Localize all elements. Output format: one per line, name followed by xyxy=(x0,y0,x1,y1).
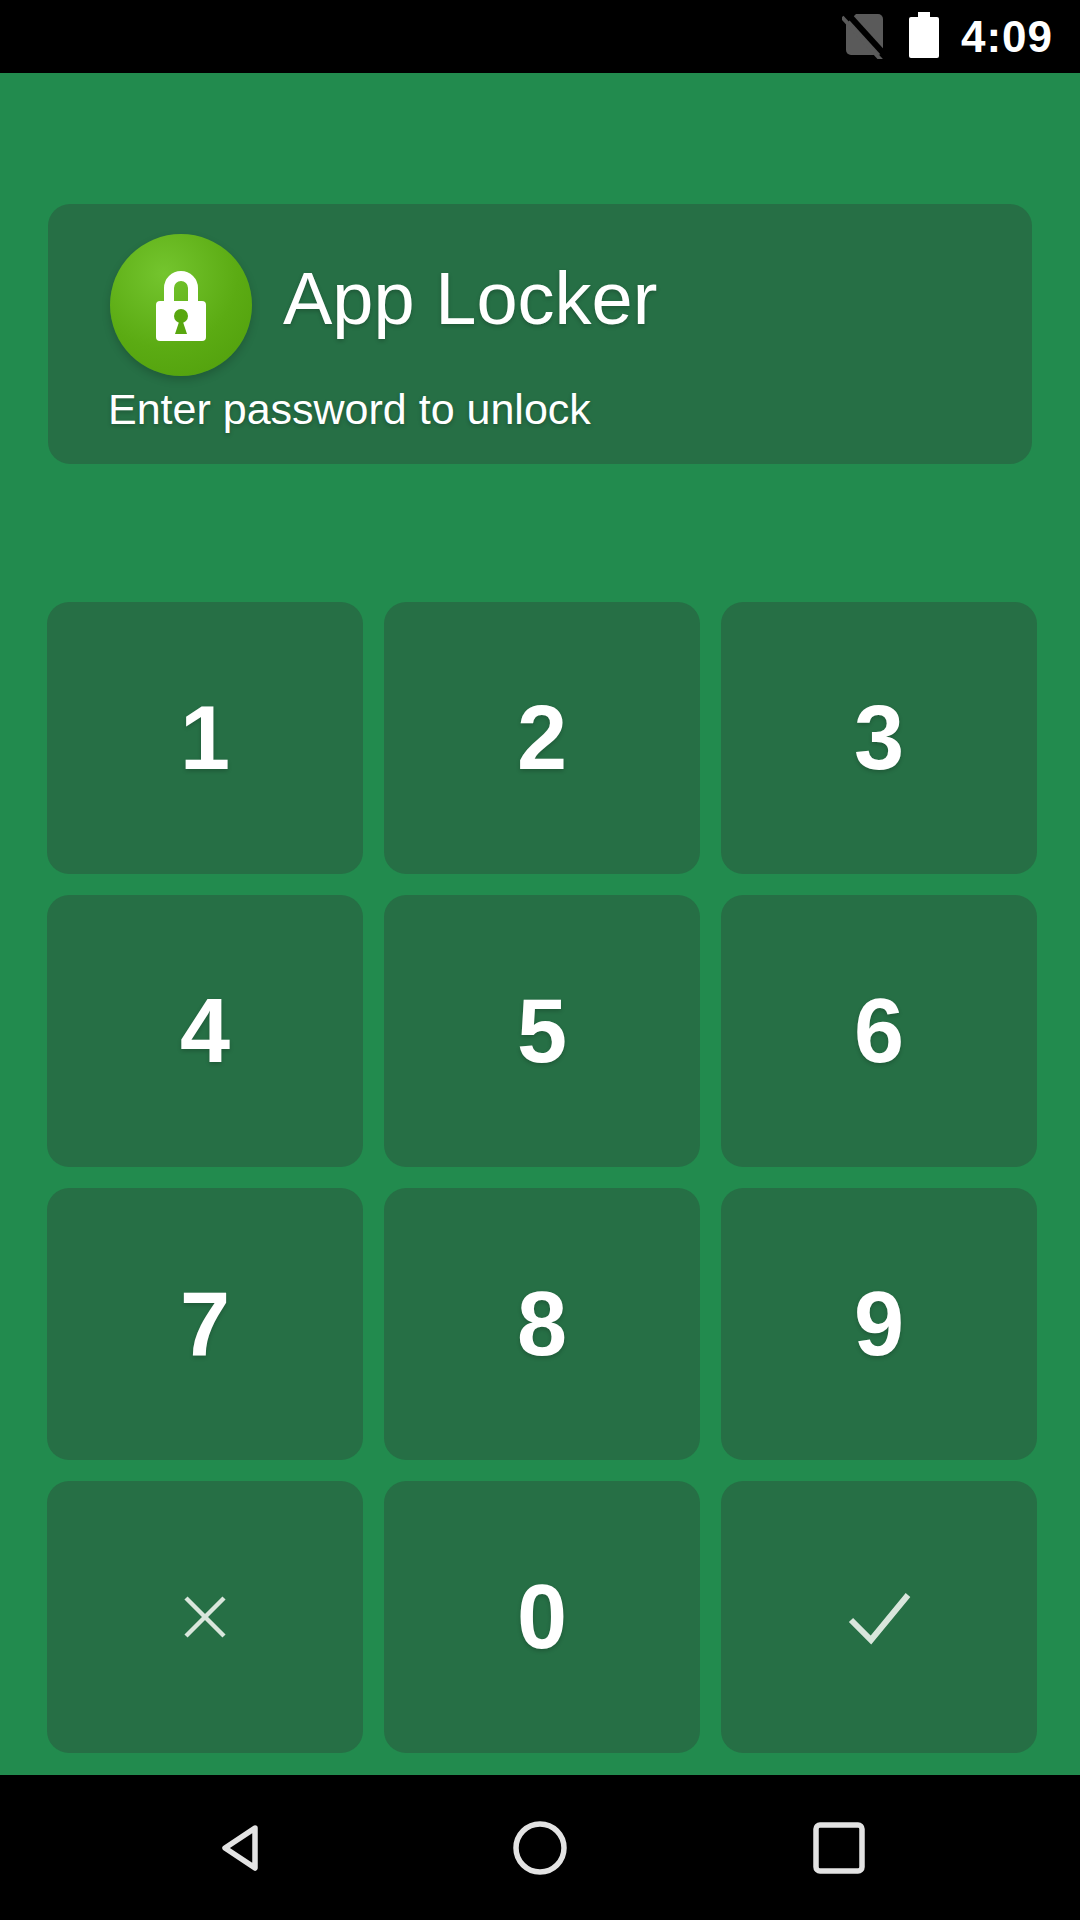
key-4[interactable]: 4 xyxy=(47,895,363,1167)
key-0[interactable]: 0 xyxy=(384,1481,700,1753)
home-circle-icon xyxy=(512,1820,568,1876)
app-title: App Locker xyxy=(283,262,657,336)
key-6[interactable]: 6 xyxy=(721,895,1037,1167)
key-1[interactable]: 1 xyxy=(47,602,363,874)
check-icon xyxy=(844,1589,914,1645)
home-button[interactable] xyxy=(502,1810,578,1886)
lock-screen-body: App Locker Enter password to unlock 1 2 … xyxy=(0,73,1080,1775)
key-9[interactable]: 9 xyxy=(721,1188,1037,1460)
no-sim-icon xyxy=(842,10,887,63)
clock: 4:09 xyxy=(961,15,1053,59)
pin-keypad: 1 2 3 4 5 6 7 8 9 0 xyxy=(47,602,1037,1753)
back-triangle-icon xyxy=(215,1821,265,1875)
key-clear[interactable] xyxy=(47,1481,363,1753)
recents-button[interactable] xyxy=(802,1811,876,1885)
app-locker-screen: 4:09 App Locker Enter password to unlock… xyxy=(0,0,1080,1920)
key-5[interactable]: 5 xyxy=(384,895,700,1167)
battery-full-icon xyxy=(909,12,939,62)
key-7[interactable]: 7 xyxy=(47,1188,363,1460)
recents-square-icon xyxy=(812,1821,866,1875)
key-8[interactable]: 8 xyxy=(384,1188,700,1460)
app-badge xyxy=(110,234,252,376)
android-nav-bar xyxy=(0,1775,1080,1920)
key-2[interactable]: 2 xyxy=(384,602,700,874)
header-card: App Locker Enter password to unlock xyxy=(48,204,1032,464)
back-button[interactable] xyxy=(205,1811,275,1885)
status-bar: 4:09 xyxy=(0,0,1080,73)
padlock-icon xyxy=(150,263,212,347)
clear-x-icon xyxy=(178,1590,232,1644)
unlock-prompt: Enter password to unlock xyxy=(108,386,591,432)
key-confirm[interactable] xyxy=(721,1481,1037,1753)
key-3[interactable]: 3 xyxy=(721,602,1037,874)
